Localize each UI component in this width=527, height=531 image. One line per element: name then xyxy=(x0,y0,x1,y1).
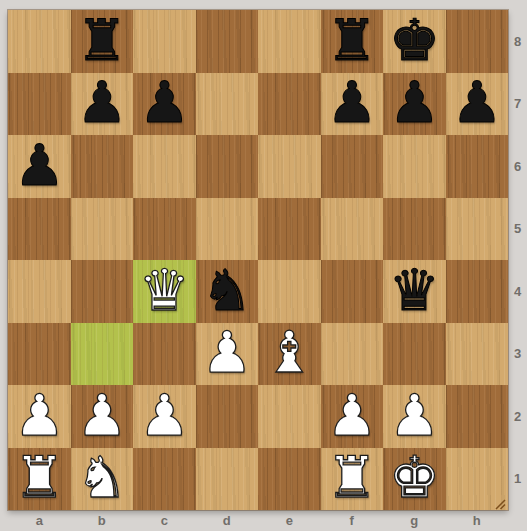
white-king-g1[interactable]: ♚ xyxy=(389,449,440,506)
black-pawn-b7[interactable]: ♟ xyxy=(76,74,127,131)
square-h7[interactable]: ♟ xyxy=(446,73,509,136)
square-c5[interactable] xyxy=(133,198,196,261)
square-d3[interactable]: ♟ xyxy=(196,323,259,386)
square-b7[interactable]: ♟ xyxy=(71,73,134,136)
rank-label-4: 4 xyxy=(508,260,527,323)
white-pawn-d3[interactable]: ♟ xyxy=(201,324,252,381)
file-label-d: d xyxy=(196,510,259,531)
square-e5[interactable] xyxy=(258,198,321,261)
square-h3[interactable] xyxy=(446,323,509,386)
rank-labels: 87654321 xyxy=(508,10,527,510)
square-h6[interactable] xyxy=(446,135,509,198)
black-pawn-g7[interactable]: ♟ xyxy=(389,74,440,131)
square-a1[interactable]: ♜ xyxy=(8,448,71,511)
black-king-g8[interactable]: ♚ xyxy=(389,12,440,69)
rank-label-3: 3 xyxy=(508,323,527,386)
square-f4[interactable] xyxy=(321,260,384,323)
square-f8[interactable]: ♜ xyxy=(321,10,384,73)
square-g7[interactable]: ♟ xyxy=(383,73,446,136)
white-pawn-a2[interactable]: ♟ xyxy=(14,387,65,444)
black-pawn-f7[interactable]: ♟ xyxy=(326,74,377,131)
rank-label-6: 6 xyxy=(508,135,527,198)
square-f1[interactable]: ♜ xyxy=(321,448,384,511)
file-label-b: b xyxy=(71,510,134,531)
square-f3[interactable] xyxy=(321,323,384,386)
black-queen-g4[interactable]: ♛ xyxy=(389,262,440,319)
square-e3[interactable]: ♝ xyxy=(258,323,321,386)
file-label-g: g xyxy=(383,510,446,531)
square-f5[interactable] xyxy=(321,198,384,261)
white-queen-c4[interactable]: ♛ xyxy=(139,262,190,319)
square-a6[interactable]: ♟ xyxy=(8,135,71,198)
square-b1[interactable]: ♞ xyxy=(71,448,134,511)
white-knight-b1[interactable]: ♞ xyxy=(76,449,127,506)
white-bishop-e3[interactable]: ♝ xyxy=(264,324,315,381)
file-label-f: f xyxy=(321,510,384,531)
rank-label-5: 5 xyxy=(508,198,527,261)
square-e2[interactable] xyxy=(258,385,321,448)
black-rook-b8[interactable]: ♜ xyxy=(76,12,127,69)
square-g5[interactable] xyxy=(383,198,446,261)
square-a2[interactable]: ♟ xyxy=(8,385,71,448)
chess-board[interactable]: ♜♜♚♟♟♟♟♟♟♛♞♛♟♝♟♟♟♟♟♜♞♜♚ xyxy=(8,10,508,510)
square-e6[interactable] xyxy=(258,135,321,198)
resize-handle-icon[interactable] xyxy=(494,496,506,508)
rank-label-8: 8 xyxy=(508,10,527,73)
square-c6[interactable] xyxy=(133,135,196,198)
square-f2[interactable]: ♟ xyxy=(321,385,384,448)
black-knight-d4[interactable]: ♞ xyxy=(201,262,252,319)
file-label-c: c xyxy=(133,510,196,531)
square-h4[interactable] xyxy=(446,260,509,323)
square-b4[interactable] xyxy=(71,260,134,323)
square-g2[interactable]: ♟ xyxy=(383,385,446,448)
square-b8[interactable]: ♜ xyxy=(71,10,134,73)
rank-label-2: 2 xyxy=(508,385,527,448)
white-rook-f1[interactable]: ♜ xyxy=(326,449,377,506)
white-pawn-f2[interactable]: ♟ xyxy=(326,387,377,444)
square-h8[interactable] xyxy=(446,10,509,73)
square-a7[interactable] xyxy=(8,73,71,136)
black-pawn-a6[interactable]: ♟ xyxy=(14,137,65,194)
square-g6[interactable] xyxy=(383,135,446,198)
rank-label-7: 7 xyxy=(508,73,527,136)
black-pawn-c7[interactable]: ♟ xyxy=(139,74,190,131)
black-pawn-h7[interactable]: ♟ xyxy=(451,74,502,131)
square-c7[interactable]: ♟ xyxy=(133,73,196,136)
square-d6[interactable] xyxy=(196,135,259,198)
square-g4[interactable]: ♛ xyxy=(383,260,446,323)
white-pawn-b2[interactable]: ♟ xyxy=(76,387,127,444)
square-a8[interactable] xyxy=(8,10,71,73)
black-rook-f8[interactable]: ♜ xyxy=(326,12,377,69)
white-rook-a1[interactable]: ♜ xyxy=(14,449,65,506)
square-a4[interactable] xyxy=(8,260,71,323)
square-f7[interactable]: ♟ xyxy=(321,73,384,136)
square-g8[interactable]: ♚ xyxy=(383,10,446,73)
square-a5[interactable] xyxy=(8,198,71,261)
white-pawn-g2[interactable]: ♟ xyxy=(389,387,440,444)
square-c2[interactable]: ♟ xyxy=(133,385,196,448)
file-label-e: e xyxy=(258,510,321,531)
file-labels: abcdefgh xyxy=(8,510,508,531)
rank-label-1: 1 xyxy=(508,448,527,511)
file-label-h: h xyxy=(446,510,509,531)
square-d2[interactable] xyxy=(196,385,259,448)
square-e4[interactable] xyxy=(258,260,321,323)
square-e8[interactable] xyxy=(258,10,321,73)
white-pawn-c2[interactable]: ♟ xyxy=(139,387,190,444)
square-d7[interactable] xyxy=(196,73,259,136)
square-h2[interactable] xyxy=(446,385,509,448)
square-g3[interactable] xyxy=(383,323,446,386)
square-d1[interactable] xyxy=(196,448,259,511)
square-b2[interactable]: ♟ xyxy=(71,385,134,448)
square-c1[interactable] xyxy=(133,448,196,511)
square-b5[interactable] xyxy=(71,198,134,261)
file-label-a: a xyxy=(8,510,71,531)
square-b6[interactable] xyxy=(71,135,134,198)
square-h5[interactable] xyxy=(446,198,509,261)
square-d4[interactable]: ♞ xyxy=(196,260,259,323)
square-b3[interactable] xyxy=(71,323,134,386)
square-d8[interactable] xyxy=(196,10,259,73)
square-c3[interactable] xyxy=(133,323,196,386)
square-d5[interactable] xyxy=(196,198,259,261)
square-e7[interactable] xyxy=(258,73,321,136)
square-c8[interactable] xyxy=(133,10,196,73)
square-a3[interactable] xyxy=(8,323,71,386)
square-c4[interactable]: ♛ xyxy=(133,260,196,323)
square-e1[interactable] xyxy=(258,448,321,511)
square-f6[interactable] xyxy=(321,135,384,198)
square-g1[interactable]: ♚ xyxy=(383,448,446,511)
